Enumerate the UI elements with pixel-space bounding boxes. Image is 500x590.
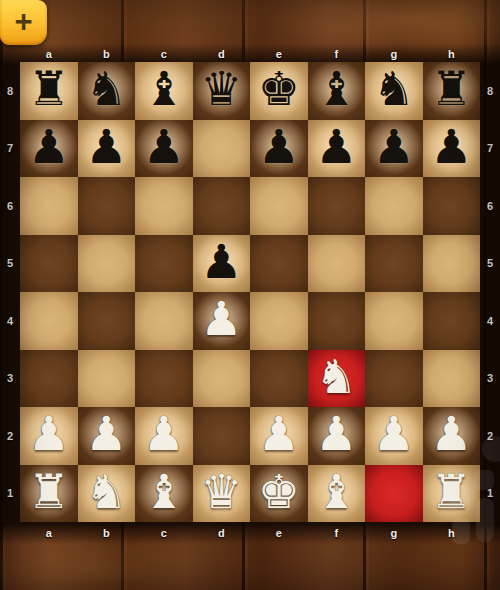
piece-white-bishop: ♝ (143, 468, 185, 515)
piece-black-pawn: ♟ (143, 123, 185, 170)
square-f6[interactable] (308, 177, 366, 235)
rank-label-4: 4 (0, 292, 20, 350)
square-a4[interactable] (20, 292, 78, 350)
square-e5[interactable] (250, 235, 308, 293)
square-e4[interactable] (250, 292, 308, 350)
piece-black-king: ♚ (258, 65, 300, 112)
square-d6[interactable] (193, 177, 251, 235)
rank-label-2: 2 (480, 407, 500, 465)
add-button[interactable]: + (0, 0, 47, 45)
square-a8[interactable]: ♜ (20, 62, 78, 120)
piece-white-pawn: ♟ (430, 410, 472, 457)
file-label-d: d (193, 46, 251, 61)
piece-black-rook: ♜ (28, 65, 70, 112)
square-d7[interactable] (193, 120, 251, 178)
chess-board: ♜♞♝♛♚♝♞♜♟♟♟♟♟♟♟♟♟♞♟♟♟♟♟♟♟♜♞♝♛♚♝♜ (20, 62, 480, 522)
piece-white-queen: ♛ (200, 468, 242, 515)
rank-label-8: 8 (0, 62, 20, 120)
square-f5[interactable] (308, 235, 366, 293)
file-label-g: g (365, 46, 423, 61)
square-h1[interactable]: ♜ (423, 465, 481, 523)
square-c4[interactable] (135, 292, 193, 350)
square-b4[interactable] (78, 292, 136, 350)
square-f3[interactable]: ♞ (308, 350, 366, 408)
piece-black-knight: ♞ (373, 65, 415, 112)
rank-label-4: 4 (480, 292, 500, 350)
square-c3[interactable] (135, 350, 193, 408)
square-g7[interactable]: ♟ (365, 120, 423, 178)
file-label-e: e (250, 46, 308, 61)
square-h8[interactable]: ♜ (423, 62, 481, 120)
rank-label-7: 7 (480, 120, 500, 178)
rank-label-3: 3 (480, 350, 500, 408)
piece-white-pawn: ♟ (315, 410, 357, 457)
piece-black-pawn: ♟ (315, 123, 357, 170)
square-f4[interactable] (308, 292, 366, 350)
square-b6[interactable] (78, 177, 136, 235)
rank-label-6: 6 (0, 177, 20, 235)
file-label-e: e (250, 525, 308, 540)
piece-black-bishop: ♝ (315, 65, 357, 112)
rank-label-1: 1 (480, 465, 500, 523)
square-g3[interactable] (365, 350, 423, 408)
file-label-a: a (20, 46, 78, 61)
square-d2[interactable] (193, 407, 251, 465)
rank-label-1: 1 (0, 465, 20, 523)
square-e2[interactable]: ♟ (250, 407, 308, 465)
square-b8[interactable]: ♞ (78, 62, 136, 120)
rank-label-5: 5 (0, 235, 20, 293)
square-a2[interactable]: ♟ (20, 407, 78, 465)
rank-label-7: 7 (0, 120, 20, 178)
piece-white-rook: ♜ (430, 468, 472, 515)
square-g1[interactable] (365, 465, 423, 523)
piece-black-pawn: ♟ (258, 123, 300, 170)
piece-black-bishop: ♝ (143, 65, 185, 112)
file-label-c: c (135, 46, 193, 61)
piece-black-pawn: ♟ (28, 123, 70, 170)
square-e3[interactable] (250, 350, 308, 408)
square-a6[interactable] (20, 177, 78, 235)
piece-white-pawn: ♟ (373, 410, 415, 457)
piece-black-pawn: ♟ (430, 123, 472, 170)
rank-label-3: 3 (0, 350, 20, 408)
square-h7[interactable]: ♟ (423, 120, 481, 178)
square-c5[interactable] (135, 235, 193, 293)
piece-white-knight: ♞ (315, 353, 357, 400)
file-label-c: c (135, 525, 193, 540)
file-label-g: g (365, 525, 423, 540)
square-c2[interactable]: ♟ (135, 407, 193, 465)
square-a7[interactable]: ♟ (20, 120, 78, 178)
rank-label-6: 6 (480, 177, 500, 235)
file-label-f: f (308, 46, 366, 61)
file-label-a: a (20, 525, 78, 540)
square-h6[interactable] (423, 177, 481, 235)
piece-white-knight: ♞ (85, 468, 127, 515)
rank-label-2: 2 (0, 407, 20, 465)
square-e8[interactable]: ♚ (250, 62, 308, 120)
file-label-d: d (193, 525, 251, 540)
rank-label-8: 8 (480, 62, 500, 120)
square-d3[interactable] (193, 350, 251, 408)
piece-black-queen: ♛ (200, 65, 242, 112)
square-h4[interactable] (423, 292, 481, 350)
file-labels-bottom: abcdefgh (20, 525, 480, 540)
piece-black-rook: ♜ (430, 65, 472, 112)
square-f8[interactable]: ♝ (308, 62, 366, 120)
file-label-f: f (308, 525, 366, 540)
square-d1[interactable]: ♛ (193, 465, 251, 523)
piece-white-pawn: ♟ (200, 295, 242, 342)
file-label-h: h (423, 46, 481, 61)
piece-black-pawn: ♟ (200, 238, 242, 285)
piece-black-pawn: ♟ (373, 123, 415, 170)
square-b5[interactable] (78, 235, 136, 293)
square-a3[interactable] (20, 350, 78, 408)
square-g2[interactable]: ♟ (365, 407, 423, 465)
square-b1[interactable]: ♞ (78, 465, 136, 523)
file-labels-top: abcdefgh (20, 46, 480, 61)
piece-white-bishop: ♝ (315, 468, 357, 515)
square-c8[interactable]: ♝ (135, 62, 193, 120)
app-background: { "game": "chess", "position": { "fen": … (0, 0, 500, 590)
square-e7[interactable]: ♟ (250, 120, 308, 178)
square-c7[interactable]: ♟ (135, 120, 193, 178)
square-g4[interactable] (365, 292, 423, 350)
square-e6[interactable] (250, 177, 308, 235)
piece-black-pawn: ♟ (85, 123, 127, 170)
piece-white-pawn: ♟ (85, 410, 127, 457)
file-label-b: b (78, 525, 136, 540)
square-d4[interactable]: ♟ (193, 292, 251, 350)
piece-black-knight: ♞ (85, 65, 127, 112)
piece-white-pawn: ♟ (143, 410, 185, 457)
square-h5[interactable] (423, 235, 481, 293)
square-e1[interactable]: ♚ (250, 465, 308, 523)
piece-white-king: ♚ (258, 468, 300, 515)
square-c6[interactable] (135, 177, 193, 235)
file-label-b: b (78, 46, 136, 61)
square-g6[interactable] (365, 177, 423, 235)
rank-labels-left: 87654321 (0, 62, 20, 522)
square-b3[interactable] (78, 350, 136, 408)
piece-white-pawn: ♟ (28, 410, 70, 457)
file-label-h: h (423, 525, 481, 540)
square-g8[interactable]: ♞ (365, 62, 423, 120)
square-c1[interactable]: ♝ (135, 465, 193, 523)
square-g5[interactable] (365, 235, 423, 293)
square-a1[interactable]: ♜ (20, 465, 78, 523)
square-h2[interactable]: ♟ (423, 407, 481, 465)
square-f2[interactable]: ♟ (308, 407, 366, 465)
rank-label-5: 5 (480, 235, 500, 293)
square-d8[interactable]: ♛ (193, 62, 251, 120)
square-a5[interactable] (20, 235, 78, 293)
rank-labels-right: 87654321 (480, 62, 500, 522)
piece-white-rook: ♜ (28, 468, 70, 515)
square-b7[interactable]: ♟ (78, 120, 136, 178)
square-d5[interactable]: ♟ (193, 235, 251, 293)
square-f7[interactable]: ♟ (308, 120, 366, 178)
piece-white-pawn: ♟ (258, 410, 300, 457)
square-f1[interactable]: ♝ (308, 465, 366, 523)
square-h3[interactable] (423, 350, 481, 408)
square-b2[interactable]: ♟ (78, 407, 136, 465)
